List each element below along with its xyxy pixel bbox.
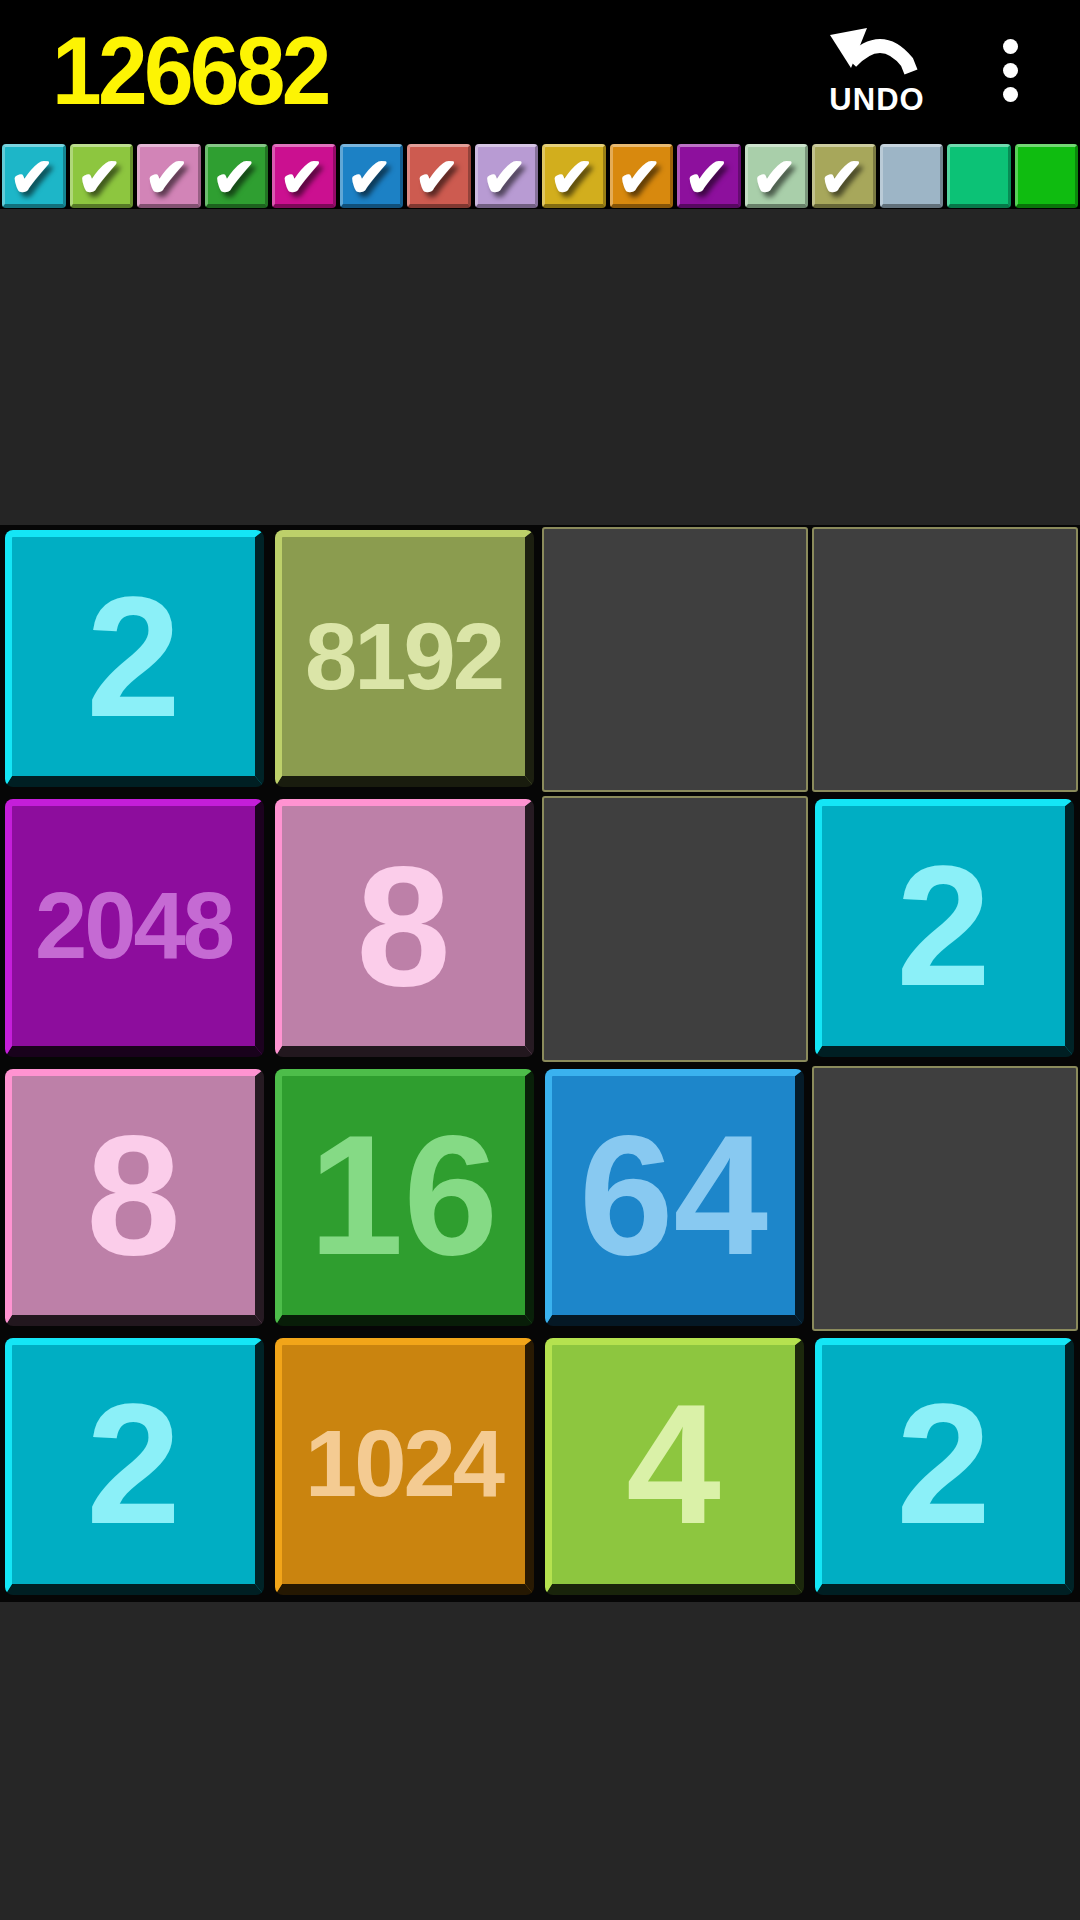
board-cell: 8192	[270, 525, 540, 794]
tile-value: 2	[896, 1379, 991, 1549]
palette-swatch-checked[interactable]: ✔	[340, 144, 404, 208]
palette-swatch-checked[interactable]: ✔	[677, 144, 741, 208]
tile-value: 16	[309, 1110, 498, 1280]
check-icon: ✔	[144, 150, 189, 204]
board-cell: 8	[0, 1064, 270, 1333]
check-icon: ✔	[9, 150, 54, 204]
check-icon: ✔	[819, 150, 864, 204]
lower-background-area	[0, 1602, 1080, 1920]
tile-value: 2	[86, 1379, 181, 1549]
upper-background-area	[0, 209, 1080, 525]
check-icon: ✔	[684, 150, 729, 204]
undo-label: UNDO	[829, 84, 924, 115]
tile-8: 8	[275, 799, 534, 1056]
top-bar: 126682 UNDO	[0, 0, 1080, 140]
undo-icon	[829, 26, 925, 82]
kebab-dot-icon	[1003, 87, 1018, 102]
tile-1024: 1024	[275, 1338, 534, 1595]
overflow-menu-button[interactable]	[999, 33, 1022, 108]
board-cell	[810, 1064, 1080, 1333]
board-cell	[540, 525, 810, 794]
tile-value: 4	[626, 1379, 721, 1549]
palette-swatch-checked[interactable]: ✔	[745, 144, 809, 208]
check-icon: ✔	[212, 150, 257, 204]
check-icon: ✔	[279, 150, 324, 204]
board-cell: 2	[810, 794, 1080, 1063]
tile-value: 2	[896, 841, 991, 1011]
tile-2: 2	[815, 1338, 1074, 1595]
palette-swatch-checked[interactable]: ✔	[272, 144, 336, 208]
tile-64: 64	[545, 1069, 804, 1326]
tile-8192: 8192	[275, 530, 534, 787]
check-icon: ✔	[617, 150, 662, 204]
board-cell: 64	[540, 1064, 810, 1333]
palette-swatch-checked[interactable]: ✔	[542, 144, 606, 208]
tile-color-checklist: ✔✔✔✔✔✔✔✔✔✔✔✔✔	[0, 140, 1080, 209]
palette-swatch-checked[interactable]: ✔	[137, 144, 201, 208]
score: 126682	[52, 22, 328, 119]
board-cell: 4	[540, 1333, 810, 1602]
tile-8: 8	[5, 1069, 264, 1326]
undo-button[interactable]: UNDO	[829, 26, 925, 115]
board-cell: 8	[270, 794, 540, 1063]
board-cell	[810, 525, 1080, 794]
tile-value: 2	[86, 572, 181, 742]
board-cell	[540, 794, 810, 1063]
check-icon: ✔	[752, 150, 797, 204]
tile-value: 8	[86, 1110, 181, 1280]
empty-cell	[542, 796, 808, 1061]
palette-swatch-checked[interactable]: ✔	[205, 144, 269, 208]
tile-value: 8192	[305, 610, 502, 704]
empty-cell	[542, 527, 808, 792]
tile-2: 2	[5, 1338, 264, 1595]
tile-value: 8	[356, 841, 451, 1011]
palette-swatch-checked[interactable]: ✔	[475, 144, 539, 208]
palette-swatch-checked[interactable]: ✔	[610, 144, 674, 208]
tile-value: 64	[579, 1110, 768, 1280]
tile-2: 2	[815, 799, 1074, 1056]
empty-cell	[812, 1066, 1078, 1331]
palette-swatch-unchecked[interactable]	[880, 144, 944, 208]
kebab-dot-icon	[1003, 39, 1018, 54]
empty-cell	[812, 527, 1078, 792]
check-icon: ✔	[482, 150, 527, 204]
board-cell: 2	[0, 525, 270, 794]
board-cell: 2048	[0, 794, 270, 1063]
check-icon: ✔	[347, 150, 392, 204]
palette-swatch-unchecked[interactable]	[1015, 144, 1079, 208]
tile-4: 4	[545, 1338, 804, 1595]
palette-swatch-unchecked[interactable]	[947, 144, 1011, 208]
tile-2: 2	[5, 530, 264, 787]
tile-16: 16	[275, 1069, 534, 1326]
board-cell: 1024	[270, 1333, 540, 1602]
board[interactable]: 28192204882816642102442	[0, 525, 1080, 1602]
tile-value: 1024	[305, 1417, 502, 1511]
tile-2048: 2048	[5, 799, 264, 1056]
tile-value: 2048	[35, 879, 232, 973]
palette-swatch-checked[interactable]: ✔	[2, 144, 66, 208]
palette-swatch-checked[interactable]: ✔	[70, 144, 134, 208]
check-icon: ✔	[549, 150, 594, 204]
check-icon: ✔	[414, 150, 459, 204]
board-cell: 16	[270, 1064, 540, 1333]
kebab-dot-icon	[1003, 63, 1018, 78]
board-cell: 2	[810, 1333, 1080, 1602]
palette-swatch-checked[interactable]: ✔	[812, 144, 876, 208]
palette-swatch-checked[interactable]: ✔	[407, 144, 471, 208]
board-cell: 2	[0, 1333, 270, 1602]
check-icon: ✔	[77, 150, 122, 204]
